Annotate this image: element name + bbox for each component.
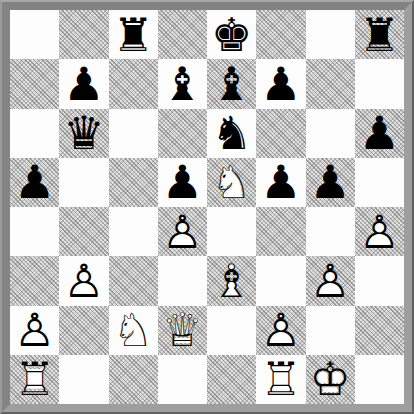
square-f2[interactable]: ♟♙ xyxy=(256,306,305,355)
square-h5[interactable] xyxy=(355,158,404,207)
square-c7[interactable] xyxy=(109,59,158,108)
square-d4[interactable]: ♟♙ xyxy=(158,207,207,256)
piece-white-pawn[interactable]: ♟♙ xyxy=(355,207,404,256)
white-piece-outline: ♔ xyxy=(306,355,355,404)
square-g7[interactable] xyxy=(306,59,355,108)
square-e8[interactable]: ♚ xyxy=(207,10,256,59)
piece-black-pawn[interactable]: ♟ xyxy=(59,59,108,108)
piece-white-rook[interactable]: ♜♖ xyxy=(10,355,59,404)
white-piece-outline: ♙ xyxy=(306,256,355,305)
piece-black-bishop[interactable]: ♝ xyxy=(158,59,207,108)
square-b1[interactable] xyxy=(59,355,108,404)
square-h7[interactable] xyxy=(355,59,404,108)
white-piece-outline: ♙ xyxy=(355,207,404,256)
piece-black-pawn[interactable]: ♟ xyxy=(256,59,305,108)
piece-black-pawn[interactable]: ♟ xyxy=(158,158,207,207)
piece-black-pawn[interactable]: ♟ xyxy=(355,109,404,158)
square-e2[interactable] xyxy=(207,306,256,355)
square-f5[interactable]: ♟ xyxy=(256,158,305,207)
square-g4[interactable] xyxy=(306,207,355,256)
square-g6[interactable] xyxy=(306,109,355,158)
square-a5[interactable]: ♟ xyxy=(10,158,59,207)
square-g2[interactable] xyxy=(306,306,355,355)
piece-white-queen[interactable]: ♛♕ xyxy=(158,306,207,355)
square-d7[interactable]: ♝ xyxy=(158,59,207,108)
square-b7[interactable]: ♟ xyxy=(59,59,108,108)
square-a4[interactable] xyxy=(10,207,59,256)
board-frame: ♜♚♜♟♝♝♟♛♞♟♟♟♞♘♟♟♟♙♟♙♟♙♝♗♟♙♟♙♞♘♛♕♟♙♜♖♜♖♚♔ xyxy=(0,0,414,414)
square-c6[interactable] xyxy=(109,109,158,158)
square-h2[interactable] xyxy=(355,306,404,355)
square-b8[interactable] xyxy=(59,10,108,59)
white-piece-outline: ♖ xyxy=(256,355,305,404)
square-a3[interactable] xyxy=(10,256,59,305)
square-e5[interactable]: ♞♘ xyxy=(207,158,256,207)
square-f6[interactable] xyxy=(256,109,305,158)
piece-white-bishop[interactable]: ♝♗ xyxy=(207,256,256,305)
white-piece-outline: ♙ xyxy=(158,207,207,256)
square-e4[interactable] xyxy=(207,207,256,256)
square-f7[interactable]: ♟ xyxy=(256,59,305,108)
square-h6[interactable]: ♟ xyxy=(355,109,404,158)
square-e1[interactable] xyxy=(207,355,256,404)
square-f8[interactable] xyxy=(256,10,305,59)
square-f3[interactable] xyxy=(256,256,305,305)
square-b3[interactable]: ♟♙ xyxy=(59,256,108,305)
square-d1[interactable] xyxy=(158,355,207,404)
square-e6[interactable]: ♞ xyxy=(207,109,256,158)
square-e7[interactable]: ♝ xyxy=(207,59,256,108)
square-c2[interactable]: ♞♘ xyxy=(109,306,158,355)
square-h4[interactable]: ♟♙ xyxy=(355,207,404,256)
square-h3[interactable] xyxy=(355,256,404,305)
piece-white-rook[interactable]: ♜♖ xyxy=(256,355,305,404)
chess-board: ♜♚♜♟♝♝♟♛♞♟♟♟♞♘♟♟♟♙♟♙♟♙♝♗♟♙♟♙♞♘♛♕♟♙♜♖♜♖♚♔ xyxy=(10,10,404,404)
square-c8[interactable]: ♜ xyxy=(109,10,158,59)
white-piece-outline: ♙ xyxy=(10,306,59,355)
piece-black-rook[interactable]: ♜ xyxy=(355,10,404,59)
square-d5[interactable]: ♟ xyxy=(158,158,207,207)
square-c5[interactable] xyxy=(109,158,158,207)
square-b4[interactable] xyxy=(59,207,108,256)
square-g1[interactable]: ♚♔ xyxy=(306,355,355,404)
white-piece-outline: ♙ xyxy=(256,306,305,355)
piece-white-king[interactable]: ♚♔ xyxy=(306,355,355,404)
square-f1[interactable]: ♜♖ xyxy=(256,355,305,404)
piece-black-knight[interactable]: ♞ xyxy=(207,109,256,158)
square-d2[interactable]: ♛♕ xyxy=(158,306,207,355)
square-g8[interactable] xyxy=(306,10,355,59)
square-g3[interactable]: ♟♙ xyxy=(306,256,355,305)
square-a2[interactable]: ♟♙ xyxy=(10,306,59,355)
square-a6[interactable] xyxy=(10,109,59,158)
white-piece-outline: ♕ xyxy=(158,306,207,355)
square-e3[interactable]: ♝♗ xyxy=(207,256,256,305)
piece-white-pawn[interactable]: ♟♙ xyxy=(10,306,59,355)
square-h1[interactable] xyxy=(355,355,404,404)
square-f4[interactable] xyxy=(256,207,305,256)
piece-white-knight[interactable]: ♞♘ xyxy=(109,306,158,355)
piece-white-pawn[interactable]: ♟♙ xyxy=(158,207,207,256)
piece-black-pawn[interactable]: ♟ xyxy=(306,158,355,207)
piece-black-rook[interactable]: ♜ xyxy=(109,10,158,59)
square-d3[interactable] xyxy=(158,256,207,305)
square-c1[interactable] xyxy=(109,355,158,404)
square-b6[interactable]: ♛ xyxy=(59,109,108,158)
square-h8[interactable]: ♜ xyxy=(355,10,404,59)
white-piece-outline: ♖ xyxy=(10,355,59,404)
board-frame-bevel: ♜♚♜♟♝♝♟♛♞♟♟♟♞♘♟♟♟♙♟♙♟♙♝♗♟♙♟♙♞♘♛♕♟♙♜♖♜♖♚♔ xyxy=(2,2,412,412)
piece-white-knight[interactable]: ♞♘ xyxy=(207,158,256,207)
white-piece-outline: ♘ xyxy=(207,158,256,207)
square-c4[interactable] xyxy=(109,207,158,256)
square-g5[interactable]: ♟ xyxy=(306,158,355,207)
square-b2[interactable] xyxy=(59,306,108,355)
square-a8[interactable] xyxy=(10,10,59,59)
piece-white-pawn[interactable]: ♟♙ xyxy=(59,256,108,305)
piece-black-queen[interactable]: ♛ xyxy=(59,109,108,158)
piece-black-king[interactable]: ♚ xyxy=(207,10,256,59)
piece-black-pawn[interactable]: ♟ xyxy=(10,158,59,207)
square-d6[interactable] xyxy=(158,109,207,158)
piece-black-pawn[interactable]: ♟ xyxy=(256,158,305,207)
white-piece-outline: ♙ xyxy=(59,256,108,305)
white-piece-outline: ♘ xyxy=(109,306,158,355)
square-c3[interactable] xyxy=(109,256,158,305)
piece-white-pawn[interactable]: ♟♙ xyxy=(306,256,355,305)
square-a1[interactable]: ♜♖ xyxy=(10,355,59,404)
square-d8[interactable] xyxy=(158,10,207,59)
white-piece-outline: ♗ xyxy=(207,256,256,305)
piece-white-pawn[interactable]: ♟♙ xyxy=(256,306,305,355)
piece-black-bishop[interactable]: ♝ xyxy=(207,59,256,108)
square-b5[interactable] xyxy=(59,158,108,207)
square-a7[interactable] xyxy=(10,59,59,108)
